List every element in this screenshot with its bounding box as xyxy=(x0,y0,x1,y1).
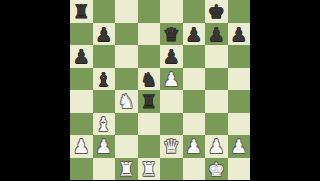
square-a6[interactable]: ♟ xyxy=(70,45,93,68)
piece-white-bishop-b3[interactable]: ♝ xyxy=(95,113,112,136)
square-g7[interactable]: ♟ xyxy=(205,23,228,46)
square-h6[interactable] xyxy=(228,45,251,68)
piece-black-knight-d5[interactable]: ♞ xyxy=(140,68,157,91)
piece-white-knight-c4[interactable]: ♞ xyxy=(118,90,135,113)
square-f7[interactable]: ♟ xyxy=(183,23,206,46)
square-f8[interactable] xyxy=(183,0,206,23)
square-a1[interactable] xyxy=(70,158,93,181)
square-g1[interactable]: ♚ xyxy=(205,158,228,181)
piece-white-pawn-b2[interactable]: ♟ xyxy=(95,135,112,158)
square-b8[interactable] xyxy=(93,0,116,23)
square-c2[interactable] xyxy=(115,135,138,158)
square-h3[interactable] xyxy=(228,113,251,136)
square-c7[interactable] xyxy=(115,23,138,46)
square-f6[interactable] xyxy=(183,45,206,68)
square-d5[interactable]: ♞ xyxy=(138,68,161,91)
square-f4[interactable] xyxy=(183,90,206,113)
square-g2[interactable]: ♟ xyxy=(205,135,228,158)
square-e4[interactable] xyxy=(160,90,183,113)
square-c3[interactable] xyxy=(115,113,138,136)
square-a3[interactable] xyxy=(70,113,93,136)
square-g8[interactable]: ♚ xyxy=(205,0,228,23)
square-e3[interactable] xyxy=(160,113,183,136)
square-c8[interactable] xyxy=(115,0,138,23)
square-b2[interactable]: ♟ xyxy=(93,135,116,158)
piece-white-pawn-a2[interactable]: ♟ xyxy=(73,135,90,158)
square-d8[interactable] xyxy=(138,0,161,23)
square-h2[interactable]: ♟ xyxy=(228,135,251,158)
square-g6[interactable] xyxy=(205,45,228,68)
piece-black-pawn-h7[interactable]: ♟ xyxy=(230,23,247,46)
square-b4[interactable] xyxy=(93,90,116,113)
square-b5[interactable]: ♝ xyxy=(93,68,116,91)
piece-black-pawn-f7[interactable]: ♟ xyxy=(185,23,202,46)
square-c4[interactable]: ♞ xyxy=(115,90,138,113)
piece-white-king-g1[interactable]: ♚ xyxy=(208,158,225,181)
square-e5[interactable]: ♟ xyxy=(160,68,183,91)
square-a7[interactable] xyxy=(70,23,93,46)
square-f2[interactable]: ♟ xyxy=(183,135,206,158)
piece-black-pawn-g7[interactable]: ♟ xyxy=(208,23,225,46)
chess-board: ♜♚♟♛♟♟♟♟♟♝♞♟♞♜♝♟♟♛♟♟♟♜♜♚ xyxy=(70,0,250,180)
square-h4[interactable] xyxy=(228,90,251,113)
square-d7[interactable] xyxy=(138,23,161,46)
piece-black-rook-d4[interactable]: ♜ xyxy=(140,90,157,113)
piece-black-pawn-e6[interactable]: ♟ xyxy=(163,45,180,68)
square-a2[interactable]: ♟ xyxy=(70,135,93,158)
piece-white-rook-c1[interactable]: ♜ xyxy=(118,158,135,181)
piece-white-pawn-f2[interactable]: ♟ xyxy=(185,135,202,158)
piece-white-rook-d1[interactable]: ♜ xyxy=(140,158,157,181)
square-c6[interactable] xyxy=(115,45,138,68)
square-e7[interactable]: ♛ xyxy=(160,23,183,46)
piece-white-queen-e2[interactable]: ♛ xyxy=(163,135,180,158)
square-h5[interactable] xyxy=(228,68,251,91)
piece-black-pawn-a6[interactable]: ♟ xyxy=(73,45,90,68)
square-b3[interactable]: ♝ xyxy=(93,113,116,136)
square-c5[interactable] xyxy=(115,68,138,91)
piece-white-pawn-g2[interactable]: ♟ xyxy=(208,135,225,158)
square-d6[interactable] xyxy=(138,45,161,68)
piece-black-bishop-b5[interactable]: ♝ xyxy=(95,68,112,91)
screenshot-root: ♜♚♟♛♟♟♟♟♟♝♞♟♞♜♝♟♟♛♟♟♟♜♜♚ xyxy=(0,0,320,180)
piece-black-pawn-b7[interactable]: ♟ xyxy=(95,23,112,46)
square-d2[interactable] xyxy=(138,135,161,158)
piece-white-pawn-h2[interactable]: ♟ xyxy=(230,135,247,158)
square-e8[interactable] xyxy=(160,0,183,23)
square-e1[interactable] xyxy=(160,158,183,181)
square-a5[interactable] xyxy=(70,68,93,91)
square-b6[interactable] xyxy=(93,45,116,68)
square-h7[interactable]: ♟ xyxy=(228,23,251,46)
square-a4[interactable] xyxy=(70,90,93,113)
square-f5[interactable] xyxy=(183,68,206,91)
square-d4[interactable]: ♜ xyxy=(138,90,161,113)
square-b1[interactable] xyxy=(93,158,116,181)
square-b7[interactable]: ♟ xyxy=(93,23,116,46)
piece-black-king-g8[interactable]: ♚ xyxy=(208,0,225,23)
square-e6[interactable]: ♟ xyxy=(160,45,183,68)
square-a8[interactable]: ♜ xyxy=(70,0,93,23)
square-d3[interactable] xyxy=(138,113,161,136)
square-h1[interactable] xyxy=(228,158,251,181)
piece-black-rook-a8[interactable]: ♜ xyxy=(73,0,90,23)
square-e2[interactable]: ♛ xyxy=(160,135,183,158)
piece-black-queen-e7[interactable]: ♛ xyxy=(163,23,180,46)
square-d1[interactable]: ♜ xyxy=(138,158,161,181)
square-f1[interactable] xyxy=(183,158,206,181)
piece-white-pawn-e5[interactable]: ♟ xyxy=(163,68,180,91)
square-g3[interactable] xyxy=(205,113,228,136)
square-c1[interactable]: ♜ xyxy=(115,158,138,181)
square-f3[interactable] xyxy=(183,113,206,136)
square-g5[interactable] xyxy=(205,68,228,91)
square-g4[interactable] xyxy=(205,90,228,113)
square-h8[interactable] xyxy=(228,0,251,23)
